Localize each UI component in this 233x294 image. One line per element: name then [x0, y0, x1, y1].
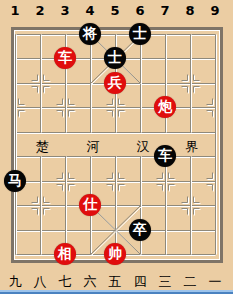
black-advisor[interactable]: 士 — [104, 47, 126, 69]
xiangqi-board-window: 123456789 楚河汉界 将士车士兵炮车马仕卒相帅 九八七六五四三二一 — [0, 0, 233, 294]
file-label: 九 — [3, 274, 28, 289]
black-general[interactable]: 将 — [79, 23, 101, 45]
file-label: 三 — [153, 274, 178, 289]
file-label: 二 — [178, 274, 203, 289]
file-label: 四 — [128, 274, 153, 289]
file-label: 七 — [53, 274, 78, 289]
file-label: 一 — [203, 274, 228, 289]
black-advisor[interactable]: 士 — [129, 23, 151, 45]
window-bottom-edge — [0, 290, 233, 294]
file-label: 六 — [78, 274, 103, 289]
file-labels-bottom: 九八七六五四三二一 — [3, 274, 228, 289]
red-cannon[interactable]: 炮 — [154, 96, 176, 118]
black-chariot[interactable]: 车 — [154, 145, 176, 167]
red-soldier[interactable]: 兵 — [104, 72, 126, 94]
red-chariot[interactable]: 车 — [54, 47, 76, 69]
board-grid[interactable]: 将士车士兵炮车马仕卒相帅 — [3, 22, 228, 266]
black-horse[interactable]: 马 — [4, 170, 26, 192]
black-soldier[interactable]: 卒 — [129, 219, 151, 241]
file-label: 八 — [28, 274, 53, 289]
red-advisor[interactable]: 仕 — [79, 194, 101, 216]
file-label: 五 — [103, 274, 128, 289]
red-general[interactable]: 帅 — [104, 243, 126, 265]
red-elephant[interactable]: 相 — [54, 243, 76, 265]
